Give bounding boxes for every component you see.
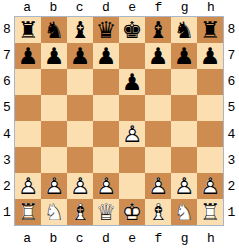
rank-label-5: 5 xyxy=(0,95,14,121)
black-pawn-h7: ♟ xyxy=(197,43,223,69)
square-c6 xyxy=(67,69,93,95)
white-pawn-g2: ♟♙ xyxy=(171,173,197,199)
file-label-a: a xyxy=(14,226,40,251)
file-label-g: g xyxy=(172,226,198,251)
white-pawn-d2: ♟♙ xyxy=(93,173,119,199)
square-g1: ♞♘ xyxy=(171,199,197,225)
black-bishop-f8: ♝ xyxy=(145,17,171,43)
white-pawn-e4: ♟♙ xyxy=(119,121,145,147)
square-g2: ♟♙ xyxy=(171,173,197,199)
rank-label-8: 8 xyxy=(224,16,239,42)
rank-label-8: 8 xyxy=(0,16,14,42)
square-f3 xyxy=(145,147,171,173)
square-a7: ♟ xyxy=(15,43,41,69)
square-f5 xyxy=(145,95,171,121)
black-pawn-a7: ♟ xyxy=(15,43,41,69)
white-knight-g1: ♞♘ xyxy=(171,199,197,225)
square-f2: ♟♙ xyxy=(145,173,171,199)
rank-label-2: 2 xyxy=(224,174,239,200)
square-c3 xyxy=(67,147,93,173)
file-labels-top: abcdefgh xyxy=(14,0,224,16)
square-c2: ♟♙ xyxy=(67,173,93,199)
rank-label-4: 4 xyxy=(224,121,239,147)
square-b6 xyxy=(41,69,67,95)
square-f6 xyxy=(145,69,171,95)
file-label-d: d xyxy=(93,226,119,251)
file-labels-bottom: abcdefgh xyxy=(14,226,224,251)
file-label-f: f xyxy=(145,0,171,16)
square-h8: ♜ xyxy=(197,17,223,43)
square-a1: ♜♖ xyxy=(15,199,41,225)
rank-label-3: 3 xyxy=(0,147,14,173)
square-b8: ♞ xyxy=(41,17,67,43)
square-e1: ♚♔ xyxy=(119,199,145,225)
square-b4 xyxy=(41,121,67,147)
square-b2: ♟♙ xyxy=(41,173,67,199)
white-pawn-c2: ♟♙ xyxy=(67,173,93,199)
file-label-f: f xyxy=(145,226,171,251)
black-bishop-c8: ♝ xyxy=(67,17,93,43)
chess-diagram: abcdefgh 87654321 ♜♞♝♛♚♝♞♜♟♟♟♟♟♟♟♟♟♙♟♙♟♙… xyxy=(0,0,239,251)
square-h1: ♜♖ xyxy=(197,199,223,225)
white-pawn-h2: ♟♙ xyxy=(197,173,223,199)
rank-labels-right: 87654321 xyxy=(224,16,239,226)
square-h4 xyxy=(197,121,223,147)
file-label-g: g xyxy=(172,0,198,16)
square-h2: ♟♙ xyxy=(197,173,223,199)
black-queen-d8: ♛ xyxy=(93,17,119,43)
square-h5 xyxy=(197,95,223,121)
square-c1: ♝♗ xyxy=(67,199,93,225)
rank-label-7: 7 xyxy=(0,42,14,68)
square-g5 xyxy=(171,95,197,121)
square-e5 xyxy=(119,95,145,121)
square-d2: ♟♙ xyxy=(93,173,119,199)
rank-label-3: 3 xyxy=(224,147,239,173)
black-pawn-d7: ♟ xyxy=(93,43,119,69)
black-pawn-c7: ♟ xyxy=(67,43,93,69)
file-label-h: h xyxy=(198,0,224,16)
square-b3 xyxy=(41,147,67,173)
rank-label-7: 7 xyxy=(224,42,239,68)
square-f8: ♝ xyxy=(145,17,171,43)
square-e2 xyxy=(119,173,145,199)
black-knight-g8: ♞ xyxy=(171,17,197,43)
white-bishop-c1: ♝♗ xyxy=(67,199,93,225)
square-d8: ♛ xyxy=(93,17,119,43)
file-label-c: c xyxy=(67,0,93,16)
rank-labels-left: 87654321 xyxy=(0,16,14,226)
square-g8: ♞ xyxy=(171,17,197,43)
rank-label-5: 5 xyxy=(224,95,239,121)
black-rook-h8: ♜ xyxy=(197,17,223,43)
square-c5 xyxy=(67,95,93,121)
square-e3 xyxy=(119,147,145,173)
square-f1: ♝♗ xyxy=(145,199,171,225)
rank-label-1: 1 xyxy=(0,200,14,226)
black-pawn-e6: ♟ xyxy=(119,69,145,95)
black-pawn-f7: ♟ xyxy=(145,43,171,69)
square-b5 xyxy=(41,95,67,121)
white-bishop-f1: ♝♗ xyxy=(145,199,171,225)
square-d1: ♛♕ xyxy=(93,199,119,225)
square-a3 xyxy=(15,147,41,173)
square-b1: ♞♘ xyxy=(41,199,67,225)
square-g4 xyxy=(171,121,197,147)
square-a6 xyxy=(15,69,41,95)
white-rook-a1: ♜♖ xyxy=(15,199,41,225)
square-c4 xyxy=(67,121,93,147)
rank-label-1: 1 xyxy=(224,200,239,226)
square-c7: ♟ xyxy=(67,43,93,69)
square-b7: ♟ xyxy=(41,43,67,69)
black-rook-a8: ♜ xyxy=(15,17,41,43)
square-c8: ♝ xyxy=(67,17,93,43)
square-g3 xyxy=(171,147,197,173)
square-f7: ♟ xyxy=(145,43,171,69)
square-f4 xyxy=(145,121,171,147)
white-queen-d1: ♛♕ xyxy=(93,199,119,225)
square-a8: ♜ xyxy=(15,17,41,43)
square-d6 xyxy=(93,69,119,95)
file-label-e: e xyxy=(119,0,145,16)
square-h3 xyxy=(197,147,223,173)
white-rook-h1: ♜♖ xyxy=(197,199,223,225)
white-king-e1: ♚♔ xyxy=(119,199,145,225)
black-knight-b8: ♞ xyxy=(41,17,67,43)
square-e7 xyxy=(119,43,145,69)
white-pawn-a2: ♟♙ xyxy=(15,173,41,199)
rank-label-6: 6 xyxy=(224,69,239,95)
square-d3 xyxy=(93,147,119,173)
chess-board: ♜♞♝♛♚♝♞♜♟♟♟♟♟♟♟♟♟♙♟♙♟♙♟♙♟♙♟♙♟♙♟♙♜♖♞♘♝♗♛♕… xyxy=(14,16,224,226)
square-h7: ♟ xyxy=(197,43,223,69)
rank-label-4: 4 xyxy=(0,121,14,147)
square-a4 xyxy=(15,121,41,147)
white-knight-b1: ♞♘ xyxy=(41,199,67,225)
file-label-c: c xyxy=(67,226,93,251)
rank-label-6: 6 xyxy=(0,69,14,95)
square-g6 xyxy=(171,69,197,95)
black-king-e8: ♚ xyxy=(119,17,145,43)
white-pawn-f2: ♟♙ xyxy=(145,173,171,199)
square-a2: ♟♙ xyxy=(15,173,41,199)
square-e4: ♟♙ xyxy=(119,121,145,147)
square-e8: ♚ xyxy=(119,17,145,43)
file-label-a: a xyxy=(14,0,40,16)
rank-label-2: 2 xyxy=(0,174,14,200)
square-d4 xyxy=(93,121,119,147)
square-a5 xyxy=(15,95,41,121)
black-pawn-g7: ♟ xyxy=(171,43,197,69)
square-d7: ♟ xyxy=(93,43,119,69)
square-h6 xyxy=(197,69,223,95)
square-g7: ♟ xyxy=(171,43,197,69)
square-e6: ♟ xyxy=(119,69,145,95)
black-pawn-b7: ♟ xyxy=(41,43,67,69)
file-label-h: h xyxy=(198,226,224,251)
square-d5 xyxy=(93,95,119,121)
file-label-e: e xyxy=(119,226,145,251)
file-label-b: b xyxy=(40,226,66,251)
white-pawn-b2: ♟♙ xyxy=(41,173,67,199)
file-label-b: b xyxy=(40,0,66,16)
file-label-d: d xyxy=(93,0,119,16)
